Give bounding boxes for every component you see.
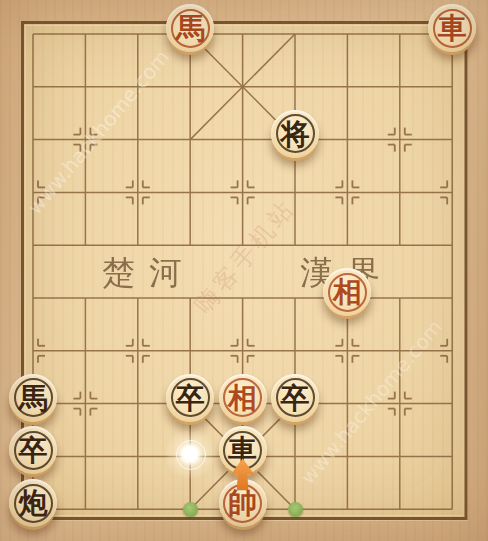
piece-black-general[interactable]: 将: [271, 110, 319, 158]
piece-black-horse[interactable]: 馬: [9, 374, 57, 422]
piece-glyph: 相: [228, 374, 257, 422]
piece-glyph: 車: [438, 4, 467, 52]
river-label-left: 楚河: [102, 249, 196, 297]
piece-glyph: 卒: [281, 374, 310, 422]
piece-black-soldier[interactable]: 卒: [166, 374, 214, 422]
move-hint-dot[interactable]: [183, 502, 198, 517]
piece-glyph: 将: [281, 110, 310, 158]
piece-black-soldier[interactable]: 卒: [271, 374, 319, 422]
piece-glyph: 馬: [176, 4, 205, 52]
piece-red-elephant[interactable]: 相: [219, 374, 267, 422]
piece-red-chariot[interactable]: 車: [428, 4, 476, 52]
piece-glyph: 炮: [19, 479, 48, 527]
piece-red-horse[interactable]: 馬: [166, 4, 214, 52]
piece-glyph: 馬: [19, 374, 48, 422]
xiangqi-app-screen: 楚河 漢界 www.hackhome.com www.hackhome.com …: [0, 0, 488, 541]
piece-glyph: 卒: [19, 426, 48, 474]
piece-glyph: 相: [333, 268, 362, 316]
piece-glyph: 卒: [176, 374, 205, 422]
move-hint-dot[interactable]: [288, 502, 303, 517]
piece-black-cannon[interactable]: 炮: [9, 479, 57, 527]
